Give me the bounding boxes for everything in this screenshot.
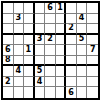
cell-r8c9[interactable] [87, 77, 98, 88]
given-digit: 2 [5, 77, 11, 85]
cell-r5c8[interactable] [77, 45, 88, 56]
cell-r8c4[interactable]: 4 [35, 77, 46, 88]
cell-r4c8[interactable]: 5 [77, 35, 88, 46]
cell-r6c1[interactable]: 8 [3, 56, 14, 67]
given-digit: 1 [26, 45, 32, 53]
cell-r1c5[interactable]: 6 [45, 3, 56, 14]
cell-r8c5[interactable] [45, 77, 56, 88]
cell-r1c2[interactable] [14, 3, 25, 14]
cell-r2c3[interactable] [24, 14, 35, 25]
cell-r3c4[interactable] [35, 24, 46, 35]
cell-r8c8[interactable] [77, 77, 88, 88]
cell-r1c9[interactable] [87, 3, 98, 14]
cell-r4c6[interactable] [56, 35, 67, 46]
cell-r4c4[interactable]: 3 [35, 35, 46, 46]
cell-r2c2[interactable]: 3 [14, 14, 25, 25]
cell-r4c7[interactable] [66, 35, 77, 46]
cell-r1c8[interactable] [77, 3, 88, 14]
given-digit: 2 [68, 24, 74, 32]
given-digit: 3 [16, 14, 22, 22]
cell-r7c6[interactable] [56, 66, 67, 77]
cell-r2c8[interactable]: 4 [77, 14, 88, 25]
sudoku-grid: 61342325617845246 [1, 1, 100, 100]
cell-r6c8[interactable] [77, 56, 88, 67]
cell-r5c2[interactable] [14, 45, 25, 56]
cell-r6c6[interactable] [56, 56, 67, 67]
cell-r4c2[interactable] [14, 35, 25, 46]
cell-r7c8[interactable] [77, 66, 88, 77]
cell-r3c7[interactable]: 2 [66, 24, 77, 35]
given-digit: 1 [57, 3, 63, 11]
cell-r7c4[interactable]: 5 [35, 66, 46, 77]
cell-r1c4[interactable] [35, 3, 46, 14]
cell-r6c3[interactable] [24, 56, 35, 67]
cell-r5c9[interactable]: 7 [87, 45, 98, 56]
cell-r1c7[interactable] [66, 3, 77, 14]
cell-r6c9[interactable] [87, 56, 98, 67]
cell-r2c6[interactable] [56, 14, 67, 25]
cell-r5c7[interactable] [66, 45, 77, 56]
cell-r6c5[interactable] [45, 56, 56, 67]
cell-r7c3[interactable] [24, 66, 35, 77]
cell-r8c6[interactable] [56, 77, 67, 88]
cell-r6c4[interactable] [35, 56, 46, 67]
given-digit: 4 [37, 77, 43, 85]
given-digit: 8 [5, 56, 11, 64]
cell-r3c9[interactable] [87, 24, 98, 35]
given-digit: 3 [37, 35, 43, 43]
cell-r6c7[interactable] [66, 56, 77, 67]
cell-r2c9[interactable] [87, 14, 98, 25]
cell-r2c5[interactable] [45, 14, 56, 25]
given-digit: 7 [90, 45, 96, 53]
cell-r3c1[interactable] [3, 24, 14, 35]
cell-r7c7[interactable] [66, 66, 77, 77]
cell-r7c5[interactable] [45, 66, 56, 77]
cell-r5c1[interactable]: 6 [3, 45, 14, 56]
cell-r4c1[interactable] [3, 35, 14, 46]
cell-r1c3[interactable] [24, 3, 35, 14]
cell-r8c2[interactable] [14, 77, 25, 88]
cell-r3c2[interactable] [14, 24, 25, 35]
cell-r5c4[interactable] [35, 45, 46, 56]
cell-r7c1[interactable] [3, 66, 14, 77]
cell-r3c5[interactable] [45, 24, 56, 35]
cell-r5c3[interactable]: 1 [24, 45, 35, 56]
cell-r2c7[interactable] [66, 14, 77, 25]
cell-r1c6[interactable]: 1 [56, 3, 67, 14]
given-digit: 2 [47, 35, 53, 43]
cell-r6c2[interactable] [14, 56, 25, 67]
cell-r9c9[interactable] [87, 87, 98, 98]
given-digit: 6 [47, 3, 53, 11]
cell-r7c9[interactable] [87, 66, 98, 77]
cell-r8c7[interactable] [66, 77, 77, 88]
cell-r5c6[interactable] [56, 45, 67, 56]
cell-r9c3[interactable] [24, 87, 35, 98]
given-digit: 5 [37, 67, 43, 75]
cell-r9c5[interactable] [45, 87, 56, 98]
cell-r9c2[interactable] [14, 87, 25, 98]
cell-r3c8[interactable] [77, 24, 88, 35]
given-digit: 4 [79, 14, 85, 22]
cell-r9c6[interactable] [56, 87, 67, 98]
given-digit: 6 [68, 88, 74, 96]
cell-r2c1[interactable] [3, 14, 14, 25]
cell-r4c3[interactable] [24, 35, 35, 46]
cell-r5c5[interactable] [45, 45, 56, 56]
cell-r1c1[interactable] [3, 3, 14, 14]
given-digit: 6 [5, 45, 11, 53]
cell-r3c3[interactable] [24, 24, 35, 35]
cell-r3c6[interactable] [56, 24, 67, 35]
cell-r7c2[interactable]: 4 [14, 66, 25, 77]
given-digit: 4 [16, 67, 22, 75]
sudoku-board: 61342325617845246 [0, 0, 101, 101]
cell-r8c1[interactable]: 2 [3, 77, 14, 88]
cell-r9c4[interactable] [35, 87, 46, 98]
cell-r4c5[interactable]: 2 [45, 35, 56, 46]
cell-r9c8[interactable] [77, 87, 88, 98]
cell-r8c3[interactable] [24, 77, 35, 88]
given-digit: 5 [79, 35, 85, 43]
cell-r9c7[interactable]: 6 [66, 87, 77, 98]
cell-r9c1[interactable] [3, 87, 14, 98]
cell-r4c9[interactable] [87, 35, 98, 46]
cell-r2c4[interactable] [35, 14, 46, 25]
